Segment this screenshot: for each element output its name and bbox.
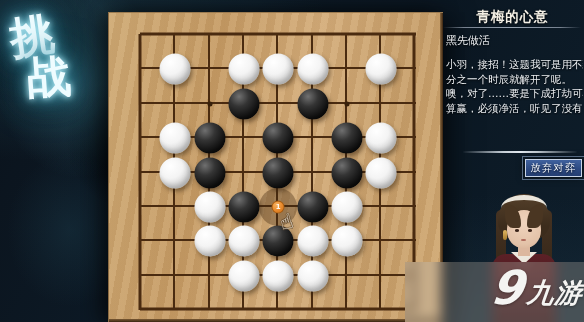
white-stone [366, 123, 397, 154]
portrait-hair-ornament [503, 230, 507, 240]
portrait-mouth [521, 239, 526, 241]
dialog-line: 小羽，接招！这题我可是用不到百 [446, 57, 583, 72]
jiuyou-watermark-logo: 9 九游 [491, 265, 583, 311]
white-stone [297, 54, 328, 85]
button-divider [463, 151, 577, 153]
white-stone [366, 54, 397, 85]
dialog-text: 小羽，接招！这题我可是用不到百 分之一个时辰就解开了呢。 噢，对了……要是下成打… [446, 57, 583, 115]
challenge-banner: 挑 战 [0, 0, 110, 180]
black-stone [263, 157, 294, 188]
black-stone [263, 123, 294, 154]
go-board[interactable]: 1☝ [108, 12, 443, 322]
white-stone [297, 260, 328, 291]
black-stone [297, 192, 328, 223]
black-stone [194, 123, 225, 154]
banner-char-zhan: 战 [26, 54, 73, 101]
white-stone [228, 54, 259, 85]
give-up-game-button[interactable]: 放弃对弈 [525, 159, 582, 177]
white-stone [160, 54, 191, 85]
white-stone [263, 54, 294, 85]
jiuyou-9-icon: 9 [489, 265, 527, 311]
black-stone [228, 88, 259, 119]
puzzle-title: 青梅的心意 [441, 8, 584, 26]
white-stone [331, 226, 362, 257]
white-stone [263, 260, 294, 291]
white-stone [366, 157, 397, 188]
puzzle-task-label: 黑先做活 [446, 33, 490, 48]
jiuyou-logo-text: 九游 [525, 278, 584, 308]
board-grid[interactable]: 1☝ [140, 34, 415, 310]
white-stone [160, 123, 191, 154]
dialog-line: 噢，对了……要是下成打劫可不能 [446, 86, 583, 101]
white-stone [194, 192, 225, 223]
black-stone [331, 157, 362, 188]
star-point [344, 101, 349, 106]
white-stone [228, 260, 259, 291]
white-stone [297, 226, 328, 257]
white-stone [228, 226, 259, 257]
black-stone [228, 192, 259, 223]
portrait-eye [528, 229, 532, 232]
go-puzzle-screen: 挑 战 1☝ 青梅的心意 黑先做活 小羽，接招！这题我可是用不到百 分之一个时辰… [0, 0, 584, 322]
title-divider [443, 27, 581, 28]
black-stone [297, 88, 328, 119]
black-stone [194, 157, 225, 188]
grid-line [140, 308, 416, 311]
portrait-headband [501, 195, 547, 221]
white-stone [331, 192, 362, 223]
white-stone [194, 226, 225, 257]
dialog-line: 分之一个时辰就解开了呢。 [446, 72, 583, 87]
portrait-eye [515, 229, 519, 232]
white-stone [160, 157, 191, 188]
dialog-line: 算赢，必须净活，听见了没有？ [446, 101, 583, 116]
black-stone [331, 123, 362, 154]
star-point [207, 101, 212, 106]
